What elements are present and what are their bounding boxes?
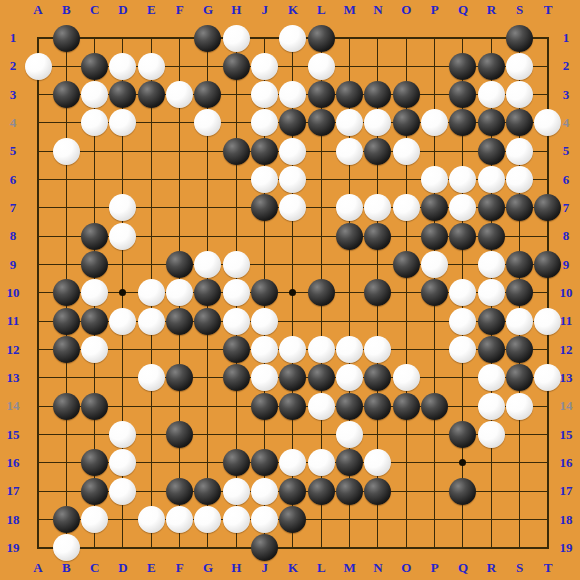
black-stone <box>138 81 165 108</box>
white-stone <box>279 25 306 52</box>
black-stone <box>166 478 193 505</box>
white-stone <box>251 308 278 335</box>
white-stone <box>251 336 278 363</box>
column-label-bottom: L <box>309 561 333 575</box>
black-stone <box>364 81 391 108</box>
white-stone <box>138 308 165 335</box>
black-stone <box>534 251 561 278</box>
row-label-left: 14 <box>1 399 25 413</box>
white-stone <box>251 166 278 193</box>
black-stone <box>53 308 80 335</box>
white-stone <box>449 336 476 363</box>
row-label-right: 3 <box>554 88 578 102</box>
white-stone <box>279 81 306 108</box>
black-stone <box>478 53 505 80</box>
row-label-right: 15 <box>554 428 578 442</box>
black-stone <box>251 449 278 476</box>
black-stone <box>506 364 533 391</box>
white-stone <box>336 138 363 165</box>
row-label-left: 17 <box>1 484 25 498</box>
row-label-right: 17 <box>554 484 578 498</box>
black-stone <box>194 308 221 335</box>
black-stone <box>223 449 250 476</box>
row-label-right: 8 <box>554 229 578 243</box>
row-label-left: 19 <box>1 541 25 555</box>
black-stone <box>166 251 193 278</box>
column-label-bottom: O <box>394 561 418 575</box>
black-stone <box>53 336 80 363</box>
white-stone <box>506 166 533 193</box>
white-stone <box>506 393 533 420</box>
row-label-left: 10 <box>1 286 25 300</box>
white-stone <box>279 194 306 221</box>
row-label-left: 7 <box>1 201 25 215</box>
black-stone <box>53 506 80 533</box>
black-stone <box>308 478 335 505</box>
black-stone <box>194 81 221 108</box>
black-stone <box>279 364 306 391</box>
white-stone <box>421 109 448 136</box>
white-stone <box>478 81 505 108</box>
black-stone <box>449 421 476 448</box>
black-stone <box>194 279 221 306</box>
black-stone <box>393 81 420 108</box>
black-stone <box>53 81 80 108</box>
black-stone <box>421 393 448 420</box>
column-label-bottom: J <box>253 561 277 575</box>
black-stone <box>279 109 306 136</box>
white-stone <box>534 364 561 391</box>
row-label-left: 15 <box>1 428 25 442</box>
black-stone <box>449 81 476 108</box>
row-label-right: 18 <box>554 513 578 527</box>
column-label-bottom: Q <box>451 561 475 575</box>
black-stone <box>279 506 306 533</box>
white-stone <box>336 421 363 448</box>
column-label-top: K <box>281 3 305 17</box>
white-stone <box>478 166 505 193</box>
black-stone <box>421 223 448 250</box>
white-stone <box>223 251 250 278</box>
column-label-top: T <box>536 3 560 17</box>
white-stone <box>138 364 165 391</box>
white-stone <box>109 194 136 221</box>
black-stone <box>81 251 108 278</box>
black-stone <box>478 138 505 165</box>
row-label-right: 2 <box>554 59 578 73</box>
white-stone <box>279 336 306 363</box>
white-stone <box>81 279 108 306</box>
column-label-top: M <box>338 3 362 17</box>
white-stone <box>109 449 136 476</box>
column-label-top: A <box>26 3 50 17</box>
column-label-bottom: R <box>479 561 503 575</box>
column-label-bottom: E <box>139 561 163 575</box>
white-stone <box>336 364 363 391</box>
white-stone <box>166 81 193 108</box>
black-stone <box>534 194 561 221</box>
black-stone <box>449 478 476 505</box>
white-stone <box>138 279 165 306</box>
column-label-top: C <box>83 3 107 17</box>
white-stone <box>194 251 221 278</box>
white-stone <box>421 251 448 278</box>
row-label-left: 4 <box>1 116 25 130</box>
black-stone <box>53 393 80 420</box>
black-stone <box>194 25 221 52</box>
column-label-top: L <box>309 3 333 17</box>
white-stone <box>364 449 391 476</box>
column-label-top: O <box>394 3 418 17</box>
black-stone <box>166 421 193 448</box>
black-stone <box>478 308 505 335</box>
black-stone <box>81 53 108 80</box>
column-label-bottom: N <box>366 561 390 575</box>
column-label-bottom: A <box>26 561 50 575</box>
column-label-top: G <box>196 3 220 17</box>
white-stone <box>279 449 306 476</box>
row-label-left: 3 <box>1 88 25 102</box>
column-label-bottom: C <box>83 561 107 575</box>
black-stone <box>308 279 335 306</box>
column-label-bottom: S <box>508 561 532 575</box>
white-stone <box>81 109 108 136</box>
white-stone <box>534 308 561 335</box>
white-stone <box>308 449 335 476</box>
column-label-top: S <box>508 3 532 17</box>
white-stone <box>109 421 136 448</box>
row-label-right: 6 <box>554 173 578 187</box>
black-stone <box>393 109 420 136</box>
row-label-left: 9 <box>1 258 25 272</box>
white-stone <box>393 194 420 221</box>
column-label-top: J <box>253 3 277 17</box>
column-label-top: E <box>139 3 163 17</box>
white-stone <box>506 308 533 335</box>
white-stone <box>478 393 505 420</box>
black-stone <box>449 53 476 80</box>
black-stone <box>81 308 108 335</box>
column-label-bottom: G <box>196 561 220 575</box>
black-stone <box>506 109 533 136</box>
column-label-top: B <box>54 3 78 17</box>
white-stone <box>109 223 136 250</box>
white-stone <box>336 336 363 363</box>
row-label-left: 12 <box>1 343 25 357</box>
white-stone <box>251 478 278 505</box>
white-stone <box>53 534 80 561</box>
white-stone <box>364 336 391 363</box>
black-stone <box>364 364 391 391</box>
row-label-left: 8 <box>1 229 25 243</box>
white-stone <box>421 166 448 193</box>
black-stone <box>308 25 335 52</box>
white-stone <box>506 81 533 108</box>
white-stone <box>279 166 306 193</box>
white-stone <box>81 336 108 363</box>
white-stone <box>449 194 476 221</box>
row-label-right: 10 <box>554 286 578 300</box>
column-label-top: P <box>423 3 447 17</box>
white-stone <box>223 506 250 533</box>
black-stone <box>421 194 448 221</box>
column-label-top: R <box>479 3 503 17</box>
white-stone <box>478 251 505 278</box>
row-label-left: 16 <box>1 456 25 470</box>
black-stone <box>223 364 250 391</box>
white-stone <box>251 81 278 108</box>
black-stone <box>421 279 448 306</box>
go-board[interactable]: AA11BB22CC33DD44EE55FF66GG77HH88JJ99KK10… <box>0 0 580 580</box>
column-label-top: N <box>366 3 390 17</box>
column-label-top: H <box>224 3 248 17</box>
row-label-right: 5 <box>554 144 578 158</box>
black-stone <box>251 393 278 420</box>
black-stone <box>506 25 533 52</box>
black-stone <box>251 534 278 561</box>
black-stone <box>109 81 136 108</box>
row-label-right: 1 <box>554 31 578 45</box>
white-stone <box>449 279 476 306</box>
column-label-bottom: P <box>423 561 447 575</box>
white-stone <box>336 109 363 136</box>
column-label-bottom: B <box>54 561 78 575</box>
row-label-left: 2 <box>1 59 25 73</box>
black-stone <box>308 364 335 391</box>
grid-line-horizontal <box>37 547 549 549</box>
white-stone <box>223 279 250 306</box>
black-stone <box>364 223 391 250</box>
white-stone <box>81 506 108 533</box>
black-stone <box>336 478 363 505</box>
column-label-bottom: T <box>536 561 560 575</box>
white-stone <box>534 109 561 136</box>
row-label-right: 14 <box>554 399 578 413</box>
black-stone <box>478 109 505 136</box>
white-stone <box>308 393 335 420</box>
white-stone <box>251 364 278 391</box>
black-stone <box>223 53 250 80</box>
black-stone <box>81 393 108 420</box>
white-stone <box>478 279 505 306</box>
black-stone <box>308 81 335 108</box>
star-point <box>459 459 466 466</box>
white-stone <box>53 138 80 165</box>
black-stone <box>251 194 278 221</box>
black-stone <box>81 223 108 250</box>
black-stone <box>478 336 505 363</box>
column-label-top: Q <box>451 3 475 17</box>
column-label-bottom: H <box>224 561 248 575</box>
white-stone <box>308 53 335 80</box>
black-stone <box>251 138 278 165</box>
white-stone <box>308 336 335 363</box>
black-stone <box>506 251 533 278</box>
black-stone <box>506 194 533 221</box>
black-stone <box>364 138 391 165</box>
white-stone <box>109 478 136 505</box>
black-stone <box>364 393 391 420</box>
row-label-left: 18 <box>1 513 25 527</box>
black-stone <box>478 194 505 221</box>
white-stone <box>393 138 420 165</box>
white-stone <box>194 506 221 533</box>
white-stone <box>506 138 533 165</box>
white-stone <box>109 308 136 335</box>
white-stone <box>251 53 278 80</box>
black-stone <box>223 336 250 363</box>
black-stone <box>166 308 193 335</box>
black-stone <box>81 449 108 476</box>
white-stone <box>138 506 165 533</box>
row-label-right: 19 <box>554 541 578 555</box>
black-stone <box>364 279 391 306</box>
black-stone <box>449 109 476 136</box>
black-stone <box>166 364 193 391</box>
white-stone <box>364 194 391 221</box>
white-stone <box>223 308 250 335</box>
white-stone <box>109 53 136 80</box>
star-point <box>119 289 126 296</box>
black-stone <box>223 138 250 165</box>
column-label-bottom: D <box>111 561 135 575</box>
black-stone <box>336 393 363 420</box>
white-stone <box>506 53 533 80</box>
white-stone <box>223 478 250 505</box>
white-stone <box>364 109 391 136</box>
white-stone <box>109 109 136 136</box>
white-stone <box>393 364 420 391</box>
white-stone <box>449 308 476 335</box>
column-label-top: D <box>111 3 135 17</box>
black-stone <box>336 449 363 476</box>
black-stone <box>336 81 363 108</box>
black-stone <box>478 223 505 250</box>
black-stone <box>251 279 278 306</box>
black-stone <box>336 223 363 250</box>
black-stone <box>393 251 420 278</box>
star-point <box>289 289 296 296</box>
row-label-left: 1 <box>1 31 25 45</box>
black-stone <box>393 393 420 420</box>
row-label-right: 16 <box>554 456 578 470</box>
white-stone <box>194 109 221 136</box>
row-label-left: 13 <box>1 371 25 385</box>
column-label-bottom: M <box>338 561 362 575</box>
white-stone <box>25 53 52 80</box>
column-label-bottom: F <box>168 561 192 575</box>
white-stone <box>81 81 108 108</box>
white-stone <box>223 25 250 52</box>
black-stone <box>81 478 108 505</box>
white-stone <box>138 53 165 80</box>
black-stone <box>308 109 335 136</box>
black-stone <box>194 478 221 505</box>
white-stone <box>478 364 505 391</box>
black-stone <box>279 393 306 420</box>
white-stone <box>166 506 193 533</box>
white-stone <box>251 109 278 136</box>
row-label-left: 11 <box>1 314 25 328</box>
black-stone <box>364 478 391 505</box>
row-label-right: 12 <box>554 343 578 357</box>
black-stone <box>53 279 80 306</box>
black-stone <box>506 336 533 363</box>
column-label-top: F <box>168 3 192 17</box>
white-stone <box>166 279 193 306</box>
black-stone <box>506 279 533 306</box>
white-stone <box>336 194 363 221</box>
row-label-left: 5 <box>1 144 25 158</box>
white-stone <box>251 506 278 533</box>
row-label-left: 6 <box>1 173 25 187</box>
white-stone <box>279 138 306 165</box>
black-stone <box>279 478 306 505</box>
white-stone <box>478 421 505 448</box>
black-stone <box>53 25 80 52</box>
white-stone <box>449 166 476 193</box>
column-label-bottom: K <box>281 561 305 575</box>
black-stone <box>449 223 476 250</box>
